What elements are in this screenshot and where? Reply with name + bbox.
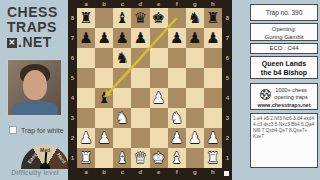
- rank-label-left-1: 1: [68, 148, 77, 168]
- file-label-bottom-h: h: [204, 168, 222, 176]
- square-g6: [186, 48, 204, 68]
- rank-label-right-7: 7: [223, 28, 232, 48]
- square-h8: ♜: [204, 8, 222, 28]
- file-label-top-g: g: [186, 0, 204, 8]
- file-label-top-b: b: [95, 0, 113, 8]
- square-c8: ♝: [113, 8, 131, 28]
- rank-label-left-7: 7: [68, 28, 77, 48]
- square-d5: [131, 68, 149, 88]
- square-c4: [113, 88, 131, 108]
- white-rook-h1: ♜: [206, 148, 219, 168]
- white-bishop-f1: ♝: [170, 148, 183, 168]
- file-label-bottom-f: f: [168, 168, 186, 176]
- square-g5: [186, 68, 204, 88]
- square-e4: ♟: [150, 88, 168, 108]
- difficulty-label: Difficulty level: [2, 169, 68, 176]
- rank-label-right-2: 2: [223, 128, 232, 148]
- square-d2: [131, 128, 149, 148]
- square-c2: [113, 128, 131, 148]
- square-a4: [77, 88, 95, 108]
- black-queen-d8: ♛: [134, 8, 147, 28]
- black-pawn-h7: ♟: [206, 28, 219, 48]
- white-bishop-c1: ♝: [116, 148, 129, 168]
- square-g4: [186, 88, 204, 108]
- square-g3: [186, 108, 204, 128]
- trap-for-white-checkbox[interactable]: [9, 126, 17, 134]
- square-e8: ♚: [150, 8, 168, 28]
- trap-number: Trap no. 390: [266, 9, 303, 16]
- rank-labels-left: 87654321: [68, 8, 77, 168]
- photo-shirt: [12, 101, 58, 116]
- rank-label-left-6: 6: [68, 48, 77, 68]
- file-label-top-h: h: [204, 0, 222, 8]
- square-h1: ♜: [204, 148, 222, 168]
- square-g2: ♟: [186, 128, 204, 148]
- square-b1: [95, 148, 113, 168]
- eco-code: ECO : C44: [269, 45, 298, 51]
- file-label-bottom-g: g: [186, 168, 204, 176]
- square-e6: [150, 48, 168, 68]
- square-d3: [131, 108, 149, 128]
- black-pawn-f7: ♟: [170, 28, 183, 48]
- file-label-top-a: a: [77, 0, 95, 8]
- eco-box: ECO : C44: [250, 43, 318, 54]
- video-frame: CHESS TRAPS ✕ .NET Trap for white Easy M…: [0, 0, 320, 180]
- rank-labels-right: 87654321: [223, 8, 232, 168]
- square-g7: ♟: [186, 28, 204, 48]
- square-c5: [113, 68, 131, 88]
- promo-line-1: 1000+ chess: [274, 87, 307, 94]
- rank-label-right-1: 1: [223, 148, 232, 168]
- square-b7: ♟: [95, 28, 113, 48]
- square-f3: ♞: [168, 108, 186, 128]
- square-h6: [204, 48, 222, 68]
- file-labels-top: abcdefgh: [77, 0, 222, 8]
- square-h3: [204, 108, 222, 128]
- black-pawn-b7: ♟: [97, 28, 110, 48]
- black-knight-c6: ♞: [116, 48, 129, 68]
- promo-line-2: opening traps: [274, 94, 307, 101]
- white-knight-f3: ♞: [170, 108, 183, 128]
- square-f8: [168, 8, 186, 28]
- black-pawn-g7: ♟: [188, 28, 201, 48]
- file-label-bottom-c: c: [113, 168, 131, 176]
- black-rook-h8: ♜: [206, 8, 219, 28]
- square-d4: [131, 88, 149, 108]
- rank-label-right-3: 3: [223, 108, 232, 128]
- square-a7: ♟: [77, 28, 95, 48]
- square-h2: ♟: [204, 128, 222, 148]
- rank-label-left-5: 5: [68, 68, 77, 88]
- square-a8: ♜: [77, 8, 95, 28]
- rank-label-right-4: 4: [223, 88, 232, 108]
- square-f4: [168, 88, 186, 108]
- square-g1: [186, 148, 204, 168]
- square-e2: [150, 128, 168, 148]
- white-pawn-h2: ♟: [206, 128, 219, 148]
- square-e3: [150, 108, 168, 128]
- logo-line-3: .NET: [18, 35, 52, 50]
- square-a3: [77, 108, 95, 128]
- square-d7: ♟: [131, 28, 149, 48]
- square-c1: ♝: [113, 148, 131, 168]
- white-pawn-b2: ♟: [97, 128, 110, 148]
- file-label-top-f: f: [168, 0, 186, 8]
- white-pawn-a2: ♟: [79, 128, 92, 148]
- square-c3: ♞: [113, 108, 131, 128]
- crossed-square-icon: ✕: [7, 38, 17, 48]
- rank-label-left-4: 4: [68, 88, 77, 108]
- white-pawn-f2: ♟: [170, 128, 183, 148]
- chess-board: abcdefgh abcdefgh 87654321 87654321 ♜♝♛♚…: [68, 0, 232, 180]
- square-h4: [204, 88, 222, 108]
- square-b5: [95, 68, 113, 88]
- file-label-bottom-d: d: [131, 168, 149, 176]
- square-f2: ♟: [168, 128, 186, 148]
- black-rook-a8: ♜: [79, 8, 92, 28]
- square-f1: ♝: [168, 148, 186, 168]
- moves-line-4: Kxe7: [253, 134, 315, 140]
- photo-face: [23, 70, 47, 100]
- rank-label-right-6: 6: [223, 48, 232, 68]
- square-c6: ♞: [113, 48, 131, 68]
- file-label-bottom-a: a: [77, 168, 95, 176]
- square-d8: ♛: [131, 8, 149, 28]
- file-label-top-c: c: [113, 0, 131, 8]
- rank-label-left-8: 8: [68, 8, 77, 28]
- white-rook-a1: ♜: [79, 148, 92, 168]
- square-b8: [95, 8, 113, 28]
- moves-box: 1.e4 e5 2.Nf3 Nc6 3.d4 exd44.c3 dxc3 5.N…: [250, 113, 318, 168]
- rank-label-right-5: 5: [223, 68, 232, 88]
- mini-board-icon: [260, 89, 271, 100]
- logo-line-1: CHESS: [7, 5, 58, 20]
- square-h7: ♟: [204, 28, 222, 48]
- board-squares: ♜♝♛♚♞♜♟♟♟♟♟♟♟♞♝♟♞♞♟♟♟♟♟♜♝♛♚♝♜: [77, 8, 222, 168]
- file-label-top-e: e: [150, 0, 168, 8]
- white-king-e1: ♚: [152, 148, 165, 168]
- square-a2: ♟: [77, 128, 95, 148]
- opening-name: Goring Gambit: [251, 33, 317, 41]
- file-label-bottom-e: e: [150, 168, 168, 176]
- square-b3: [95, 108, 113, 128]
- file-label-bottom-b: b: [95, 168, 113, 176]
- square-b2: ♟: [95, 128, 113, 148]
- file-label-top-d: d: [131, 0, 149, 8]
- white-pawn-g2: ♟: [188, 128, 201, 148]
- square-a1: ♜: [77, 148, 95, 168]
- square-d6: [131, 48, 149, 68]
- presenter-photo: [7, 59, 62, 116]
- square-g8: ♞: [186, 8, 204, 28]
- trap-for-white-row: Trap for white: [9, 126, 64, 134]
- black-pawn-a7: ♟: [79, 28, 92, 48]
- rank-label-right-8: 8: [223, 8, 232, 28]
- opening-label: Opening:: [251, 25, 317, 33]
- square-e7: [150, 28, 168, 48]
- website-url: www.chesstraps.net: [251, 102, 317, 109]
- rank-label-left-2: 2: [68, 128, 77, 148]
- square-e5: [150, 68, 168, 88]
- board-corner-marker-icon: [224, 171, 229, 176]
- black-pawn-c7: ♟: [116, 28, 129, 48]
- black-bishop-c8: ♝: [116, 8, 129, 28]
- square-f5: [168, 68, 186, 88]
- square-b6: [95, 48, 113, 68]
- trap-title-line-1: Queen Lands: [251, 59, 317, 68]
- black-pawn-d7: ♟: [134, 28, 147, 48]
- difficulty-gauge: Easy Med Hard: [21, 145, 69, 169]
- white-knight-c3: ♞: [116, 108, 129, 128]
- file-labels-bottom: abcdefgh: [77, 168, 222, 176]
- chesstraps-logo: CHESS TRAPS ✕ .NET: [7, 5, 58, 50]
- square-e1: ♚: [150, 148, 168, 168]
- square-h5: [204, 68, 222, 88]
- black-knight-g8: ♞: [188, 8, 201, 28]
- square-f7: ♟: [168, 28, 186, 48]
- white-pawn-e4: ♟: [152, 88, 165, 108]
- square-f6: [168, 48, 186, 68]
- square-c7: ♟: [113, 28, 131, 48]
- logo-line-2: TRAPS: [7, 20, 58, 35]
- black-bishop-b4: ♝: [97, 88, 110, 108]
- square-d1: ♛: [131, 148, 149, 168]
- opening-box: Opening: Goring Gambit: [250, 23, 318, 41]
- white-queen-d1: ♛: [134, 148, 147, 168]
- rank-label-left-3: 3: [68, 108, 77, 128]
- square-b4: ♝: [95, 88, 113, 108]
- trap-title-box: Queen Lands the b4 Bishop: [250, 56, 318, 79]
- trap-number-box: Trap no. 390: [250, 4, 318, 21]
- promo-box: 1000+ chess opening traps www.chesstraps…: [250, 83, 318, 110]
- square-a6: [77, 48, 95, 68]
- square-a5: [77, 68, 95, 88]
- black-king-e8: ♚: [152, 8, 165, 28]
- trap-for-white-label: Trap for white: [21, 127, 64, 134]
- trap-title-line-2: the b4 Bishop: [251, 68, 317, 77]
